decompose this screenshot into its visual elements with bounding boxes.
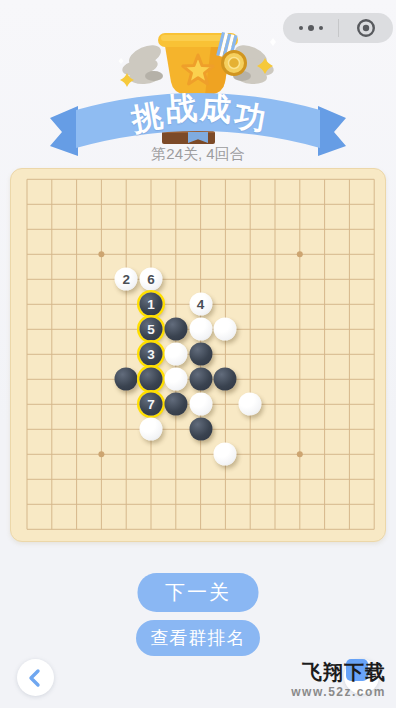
stone-white <box>214 443 237 466</box>
stone-black <box>164 393 187 416</box>
stone-black <box>214 368 237 391</box>
stone-white-move-2: 2 <box>115 268 138 291</box>
watermark: 飞翔下载 www.52z.com <box>291 662 386 698</box>
stone-white <box>189 393 212 416</box>
stone-white-move-4: 4 <box>189 293 212 316</box>
stone-black <box>140 368 163 391</box>
stone-white <box>214 318 237 341</box>
watermark-title: 飞翔下载 <box>291 662 386 682</box>
watermark-url: www.52z.com <box>291 686 386 698</box>
stone-black-move-3: 3 <box>140 343 163 366</box>
group-ranking-button[interactable]: 查看群排名 <box>136 620 260 656</box>
capsule-divider <box>338 19 339 37</box>
success-ribbon-banner <box>48 86 348 166</box>
stone-white <box>164 343 187 366</box>
stone-black <box>115 368 138 391</box>
stone-black <box>189 343 212 366</box>
stone-black <box>164 318 187 341</box>
star-point <box>98 451 104 457</box>
exit-button[interactable] <box>338 13 393 43</box>
next-level-button[interactable]: 下一关 <box>138 573 259 612</box>
stone-white <box>164 368 187 391</box>
star-point <box>98 251 104 257</box>
three-dots-menu-icon <box>299 25 323 31</box>
stone-white-move-6: 6 <box>140 268 163 291</box>
stone-white <box>189 318 212 341</box>
more-menu-button[interactable] <box>283 13 338 43</box>
board[interactable]: 2614537 <box>10 168 386 542</box>
stone-black <box>189 368 212 391</box>
miniprogram-capsule <box>283 13 393 43</box>
stone-black-move-5: 5 <box>140 318 163 341</box>
stone-black <box>189 418 212 441</box>
star-point <box>297 251 303 257</box>
stone-white <box>140 418 163 441</box>
back-button[interactable] <box>17 659 54 696</box>
page: 挑战成功 第24关, 4回合 2614537 下一关 查看群排名 飞翔下载 ww… <box>0 0 396 708</box>
target-exit-icon <box>355 17 377 39</box>
stone-black-move-7: 7 <box>140 393 163 416</box>
stone-white <box>239 393 262 416</box>
chevron-left-icon <box>21 663 51 693</box>
stone-black-move-1: 1 <box>140 293 163 316</box>
star-point <box>297 451 303 457</box>
